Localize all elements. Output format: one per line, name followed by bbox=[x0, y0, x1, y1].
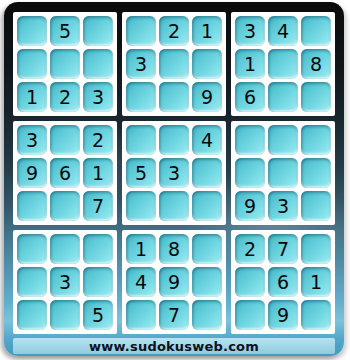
cell-r7c4[interactable]: 1 bbox=[126, 234, 156, 264]
cell-r6c2[interactable] bbox=[50, 191, 80, 221]
site-link[interactable]: www.sudokusweb.com bbox=[89, 339, 259, 354]
cell-r5c5[interactable]: 3 bbox=[159, 158, 189, 188]
cell-r1c3[interactable] bbox=[83, 16, 113, 46]
cell-r5c4[interactable]: 5 bbox=[126, 158, 156, 188]
cell-r9c1[interactable] bbox=[17, 300, 47, 330]
sudoku-board: 512321393418632961745393351849727619 bbox=[13, 12, 335, 334]
cell-r5c8[interactable] bbox=[268, 158, 298, 188]
cell-r8c8[interactable]: 6 bbox=[268, 267, 298, 297]
cell-r3c1[interactable]: 1 bbox=[17, 82, 47, 112]
box-1: 5123 bbox=[13, 12, 117, 116]
cell-r3c3[interactable]: 3 bbox=[83, 82, 113, 112]
cell-r7c8[interactable]: 7 bbox=[268, 234, 298, 264]
cell-r5c3[interactable]: 1 bbox=[83, 158, 113, 188]
cell-r1c5[interactable]: 2 bbox=[159, 16, 189, 46]
cell-r6c6[interactable] bbox=[192, 191, 222, 221]
cell-r9c4[interactable] bbox=[126, 300, 156, 330]
cell-r8c4[interactable]: 4 bbox=[126, 267, 156, 297]
cell-r8c2[interactable]: 3 bbox=[50, 267, 80, 297]
cell-r9c2[interactable] bbox=[50, 300, 80, 330]
cell-r6c7[interactable]: 9 bbox=[235, 191, 265, 221]
cell-r7c1[interactable] bbox=[17, 234, 47, 264]
cell-r9c6[interactable] bbox=[192, 300, 222, 330]
cell-r2c1[interactable] bbox=[17, 49, 47, 79]
cell-r4c5[interactable] bbox=[159, 125, 189, 155]
cell-r4c6[interactable]: 4 bbox=[192, 125, 222, 155]
cell-r6c9[interactable] bbox=[301, 191, 331, 221]
cell-r7c6[interactable] bbox=[192, 234, 222, 264]
cell-r5c9[interactable] bbox=[301, 158, 331, 188]
cell-r4c4[interactable] bbox=[126, 125, 156, 155]
cell-r5c2[interactable]: 6 bbox=[50, 158, 80, 188]
cell-r1c9[interactable] bbox=[301, 16, 331, 46]
cell-r8c1[interactable] bbox=[17, 267, 47, 297]
cell-r4c9[interactable] bbox=[301, 125, 331, 155]
cell-r6c3[interactable]: 7 bbox=[83, 191, 113, 221]
cell-r4c3[interactable]: 2 bbox=[83, 125, 113, 155]
cell-r3c6[interactable]: 9 bbox=[192, 82, 222, 112]
cell-r8c6[interactable] bbox=[192, 267, 222, 297]
cell-r2c4[interactable]: 3 bbox=[126, 49, 156, 79]
cell-r4c7[interactable] bbox=[235, 125, 265, 155]
box-6: 93 bbox=[231, 121, 335, 225]
cell-r7c5[interactable]: 8 bbox=[159, 234, 189, 264]
cell-r2c7[interactable]: 1 bbox=[235, 49, 265, 79]
cell-r5c6[interactable] bbox=[192, 158, 222, 188]
box-3: 34186 bbox=[231, 12, 335, 116]
cell-r1c4[interactable] bbox=[126, 16, 156, 46]
cell-r2c2[interactable] bbox=[50, 49, 80, 79]
footer-bar: www.sudokusweb.com bbox=[13, 338, 335, 354]
cell-r3c9[interactable] bbox=[301, 82, 331, 112]
cell-r1c6[interactable]: 1 bbox=[192, 16, 222, 46]
cell-r2c3[interactable] bbox=[83, 49, 113, 79]
cell-r3c4[interactable] bbox=[126, 82, 156, 112]
cell-r4c8[interactable] bbox=[268, 125, 298, 155]
cell-r3c7[interactable]: 6 bbox=[235, 82, 265, 112]
cell-r8c9[interactable]: 1 bbox=[301, 267, 331, 297]
cell-r6c8[interactable]: 3 bbox=[268, 191, 298, 221]
cell-r2c5[interactable] bbox=[159, 49, 189, 79]
cell-r9c5[interactable]: 7 bbox=[159, 300, 189, 330]
box-2: 2139 bbox=[122, 12, 226, 116]
cell-r6c4[interactable] bbox=[126, 191, 156, 221]
cell-r1c1[interactable] bbox=[17, 16, 47, 46]
cell-r3c2[interactable]: 2 bbox=[50, 82, 80, 112]
cell-r2c9[interactable]: 8 bbox=[301, 49, 331, 79]
box-8: 18497 bbox=[122, 230, 226, 334]
cell-r9c8[interactable]: 9 bbox=[268, 300, 298, 330]
box-7: 35 bbox=[13, 230, 117, 334]
cell-r9c7[interactable] bbox=[235, 300, 265, 330]
cell-r7c3[interactable] bbox=[83, 234, 113, 264]
box-5: 453 bbox=[122, 121, 226, 225]
cell-r4c2[interactable] bbox=[50, 125, 80, 155]
cell-r8c5[interactable]: 9 bbox=[159, 267, 189, 297]
cell-r5c7[interactable] bbox=[235, 158, 265, 188]
box-4: 329617 bbox=[13, 121, 117, 225]
cell-r5c1[interactable]: 9 bbox=[17, 158, 47, 188]
cell-r8c7[interactable] bbox=[235, 267, 265, 297]
cell-r2c8[interactable] bbox=[268, 49, 298, 79]
cell-r6c1[interactable] bbox=[17, 191, 47, 221]
cell-r1c8[interactable]: 4 bbox=[268, 16, 298, 46]
box-9: 27619 bbox=[231, 230, 335, 334]
cell-r7c9[interactable] bbox=[301, 234, 331, 264]
cell-r9c9[interactable] bbox=[301, 300, 331, 330]
cell-r7c2[interactable] bbox=[50, 234, 80, 264]
cell-r3c8[interactable] bbox=[268, 82, 298, 112]
cell-r4c1[interactable]: 3 bbox=[17, 125, 47, 155]
cell-r8c3[interactable] bbox=[83, 267, 113, 297]
cell-r1c2[interactable]: 5 bbox=[50, 16, 80, 46]
cell-r1c7[interactable]: 3 bbox=[235, 16, 265, 46]
cell-r3c5[interactable] bbox=[159, 82, 189, 112]
sudoku-frame: 512321393418632961745393351849727619 www… bbox=[4, 2, 344, 356]
cell-r2c6[interactable] bbox=[192, 49, 222, 79]
cell-r9c3[interactable]: 5 bbox=[83, 300, 113, 330]
cell-r6c5[interactable] bbox=[159, 191, 189, 221]
cell-r7c7[interactable]: 2 bbox=[235, 234, 265, 264]
